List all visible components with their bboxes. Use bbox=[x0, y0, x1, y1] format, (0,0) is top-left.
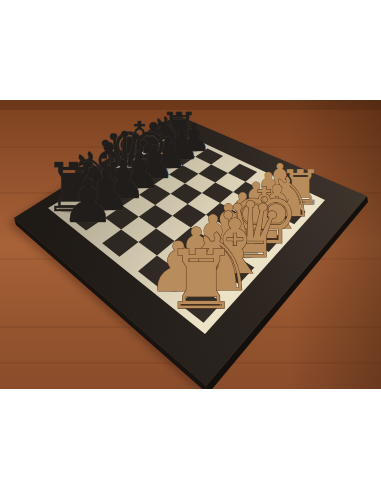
chessboard-photo: ♜♟♞♟♝♟♚♟♛♟♝♟♟♞♜♟♟♜♞♟♟♝♟♚♟♛♟♝♟♞♟♜ bbox=[0, 100, 381, 389]
piece-white-rook-a1: ♜ bbox=[164, 232, 237, 327]
piece-black-pawn-a7: ♟ bbox=[61, 166, 115, 236]
page-background: ♜♟♞♟♝♟♚♟♛♟♝♟♟♞♜♟♟♜♞♟♟♝♟♚♟♛♟♝♟♞♟♜ bbox=[0, 0, 381, 492]
chessboard-svg: ♜♟♞♟♝♟♚♟♛♟♝♟♟♞♜♟♟♜♞♟♟♝♟♚♟♛♟♝♟♞♟♜ bbox=[0, 100, 381, 389]
